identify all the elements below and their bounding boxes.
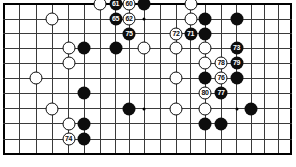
move-stone-71: 71 xyxy=(184,27,197,40)
move-stone-79: 79 xyxy=(230,57,243,70)
move-number: 73 xyxy=(233,44,240,51)
white-stone xyxy=(199,42,212,55)
move-number: 75 xyxy=(126,30,133,37)
move-number: 77 xyxy=(218,89,225,96)
star-point xyxy=(235,107,238,110)
white-stone xyxy=(184,13,197,26)
white-stone xyxy=(46,13,59,26)
move-stone-72: 72 xyxy=(170,27,183,40)
grid-line-vertical xyxy=(52,3,53,155)
move-stone-60: 60 xyxy=(123,0,136,11)
white-stone xyxy=(170,102,183,115)
move-number: 71 xyxy=(187,30,194,37)
white-stone xyxy=(170,72,183,85)
black-stone xyxy=(123,102,136,115)
black-stone xyxy=(78,87,91,100)
black-stone xyxy=(199,27,212,40)
black-stone xyxy=(199,117,212,130)
grid-line-vertical xyxy=(100,3,101,155)
move-stone-80: 80 xyxy=(199,87,212,100)
go-diagram-scan: 6160656275727173787976807774 xyxy=(0,0,296,167)
grid-line-horizontal xyxy=(3,33,293,34)
grid-line-vertical xyxy=(19,3,20,155)
star-point xyxy=(143,18,146,21)
move-number: 60 xyxy=(126,0,133,7)
grid-line-vertical xyxy=(160,3,161,155)
black-stone xyxy=(138,0,151,11)
move-stone-62: 62 xyxy=(123,13,136,26)
move-number: 80 xyxy=(202,89,209,96)
grid-line-vertical xyxy=(115,3,116,155)
grid-line-horizontal xyxy=(3,93,293,94)
move-number: 78 xyxy=(218,59,225,66)
black-stone xyxy=(78,133,91,146)
black-stone xyxy=(215,117,228,130)
black-stone xyxy=(78,42,91,55)
white-stone xyxy=(62,57,75,70)
move-stone-73: 73 xyxy=(230,42,243,55)
grid-line-vertical xyxy=(278,3,279,155)
white-stone xyxy=(184,0,197,11)
white-stone xyxy=(46,102,59,115)
black-stone xyxy=(109,42,122,55)
move-stone-74: 74 xyxy=(62,133,75,146)
move-stone-77: 77 xyxy=(215,87,228,100)
grid-line-horizontal xyxy=(3,78,293,79)
black-stone xyxy=(199,13,212,26)
move-number: 72 xyxy=(173,30,180,37)
grid-line-vertical xyxy=(144,3,145,155)
grid-line-vertical xyxy=(3,3,5,155)
frame-edge-horizontal xyxy=(3,153,293,155)
star-point xyxy=(143,107,146,110)
white-stone xyxy=(30,72,43,85)
go-board: 6160656275727173787976807774 xyxy=(0,0,296,167)
move-stone-78: 78 xyxy=(215,57,228,70)
black-stone xyxy=(245,102,258,115)
white-stone xyxy=(199,102,212,115)
grid-line-vertical xyxy=(129,3,130,155)
white-stone xyxy=(138,42,151,55)
grid-line-vertical xyxy=(251,3,252,155)
white-stone xyxy=(62,117,75,130)
move-number: 79 xyxy=(233,59,240,66)
move-stone-75: 75 xyxy=(123,27,136,40)
move-number: 74 xyxy=(65,135,72,142)
move-number: 76 xyxy=(218,74,225,81)
move-number: 61 xyxy=(112,0,119,7)
black-stone xyxy=(199,72,212,85)
move-number: 65 xyxy=(112,15,119,22)
white-stone xyxy=(94,0,107,11)
black-stone xyxy=(78,117,91,130)
grid-line-vertical xyxy=(264,3,265,155)
black-stone xyxy=(230,13,243,26)
frame-edge-right xyxy=(290,3,292,155)
white-stone xyxy=(170,42,183,55)
white-stone xyxy=(62,42,75,55)
move-stone-65: 65 xyxy=(109,13,122,26)
grid-line-horizontal xyxy=(3,63,293,64)
white-stone xyxy=(199,57,212,70)
move-stone-61: 61 xyxy=(109,0,122,11)
move-stone-76: 76 xyxy=(215,72,228,85)
move-number: 62 xyxy=(126,15,133,22)
grid-line-horizontal xyxy=(3,139,293,140)
grid-line-vertical xyxy=(190,3,191,155)
grid-line-horizontal xyxy=(3,123,293,124)
black-stone xyxy=(230,72,243,85)
